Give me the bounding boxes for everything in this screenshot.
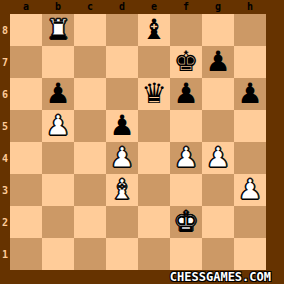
- square-d5[interactable]: ♟: [106, 110, 138, 142]
- square-g6[interactable]: [202, 78, 234, 110]
- white-pawn-icon[interactable]: ♟: [106, 142, 138, 174]
- white-pawn-icon[interactable]: ♟: [234, 174, 266, 206]
- square-h8[interactable]: [234, 14, 266, 46]
- square-e1[interactable]: [138, 238, 170, 270]
- square-f1[interactable]: [170, 238, 202, 270]
- rank-label-3: 3: [0, 174, 10, 206]
- black-queen-icon[interactable]: ♛: [138, 78, 170, 110]
- square-c1[interactable]: [74, 238, 106, 270]
- square-d4[interactable]: ♟: [106, 142, 138, 174]
- square-e6[interactable]: ♛: [138, 78, 170, 110]
- black-pawn-icon[interactable]: ♟: [202, 46, 234, 78]
- square-b7[interactable]: [42, 46, 74, 78]
- square-f2[interactable]: ♚: [170, 206, 202, 238]
- black-pawn-icon[interactable]: ♟: [106, 110, 138, 142]
- rank-label-2: 2: [0, 206, 10, 238]
- rank-label-6: 6: [0, 78, 10, 110]
- black-pawn-icon[interactable]: ♟: [234, 78, 266, 110]
- square-c5[interactable]: [74, 110, 106, 142]
- chess-board: ♜♝♚♟♟♛♟♟♟♟♟♟♟♝♟♚: [10, 14, 266, 270]
- square-b2[interactable]: [42, 206, 74, 238]
- rank-label-1: 1: [0, 238, 10, 270]
- square-f6[interactable]: ♟: [170, 78, 202, 110]
- file-label-b: b: [42, 0, 74, 14]
- square-c6[interactable]: [74, 78, 106, 110]
- file-label-d: d: [106, 0, 138, 14]
- square-a7[interactable]: [10, 46, 42, 78]
- white-rook-icon[interactable]: ♜: [42, 14, 74, 46]
- square-h1[interactable]: [234, 238, 266, 270]
- square-f8[interactable]: [170, 14, 202, 46]
- square-g3[interactable]: [202, 174, 234, 206]
- square-h7[interactable]: [234, 46, 266, 78]
- square-h5[interactable]: [234, 110, 266, 142]
- square-f5[interactable]: [170, 110, 202, 142]
- rank-label-4: 4: [0, 142, 10, 174]
- square-d2[interactable]: [106, 206, 138, 238]
- square-h2[interactable]: [234, 206, 266, 238]
- file-label-c: c: [74, 0, 106, 14]
- square-g8[interactable]: [202, 14, 234, 46]
- square-e8[interactable]: ♝: [138, 14, 170, 46]
- square-g7[interactable]: ♟: [202, 46, 234, 78]
- rank-labels: 87654321: [0, 14, 10, 270]
- rank-label-5: 5: [0, 110, 10, 142]
- file-label-h: h: [234, 0, 266, 14]
- square-e4[interactable]: [138, 142, 170, 174]
- rank-label-7: 7: [0, 46, 10, 78]
- file-labels: abcdefgh: [10, 0, 266, 14]
- square-a8[interactable]: [10, 14, 42, 46]
- square-f3[interactable]: [170, 174, 202, 206]
- square-a3[interactable]: [10, 174, 42, 206]
- square-a5[interactable]: [10, 110, 42, 142]
- black-pawn-icon[interactable]: ♟: [170, 78, 202, 110]
- square-b1[interactable]: [42, 238, 74, 270]
- square-b5[interactable]: ♟: [42, 110, 74, 142]
- square-b3[interactable]: [42, 174, 74, 206]
- square-g1[interactable]: [202, 238, 234, 270]
- white-pawn-icon[interactable]: ♟: [170, 142, 202, 174]
- square-b6[interactable]: ♟: [42, 78, 74, 110]
- square-a2[interactable]: [10, 206, 42, 238]
- file-label-e: e: [138, 0, 170, 14]
- square-e7[interactable]: [138, 46, 170, 78]
- square-e5[interactable]: [138, 110, 170, 142]
- square-d8[interactable]: [106, 14, 138, 46]
- square-g4[interactable]: ♟: [202, 142, 234, 174]
- square-c4[interactable]: [74, 142, 106, 174]
- square-a6[interactable]: [10, 78, 42, 110]
- rank-label-8: 8: [0, 14, 10, 46]
- white-pawn-icon[interactable]: ♟: [42, 110, 74, 142]
- file-label-a: a: [10, 0, 42, 14]
- square-d1[interactable]: [106, 238, 138, 270]
- site-label: CHESSGAMES.COM: [170, 270, 271, 284]
- square-a4[interactable]: [10, 142, 42, 174]
- square-b8[interactable]: ♜: [42, 14, 74, 46]
- square-d6[interactable]: [106, 78, 138, 110]
- white-king-icon[interactable]: ♚: [170, 206, 202, 238]
- black-king-icon[interactable]: ♚: [170, 46, 202, 78]
- file-label-g: g: [202, 0, 234, 14]
- square-g2[interactable]: [202, 206, 234, 238]
- square-c3[interactable]: [74, 174, 106, 206]
- chess-diagram: abcdefgh 87654321 ♜♝♚♟♟♛♟♟♟♟♟♟♟♝♟♚ CHESS…: [0, 0, 284, 284]
- square-h4[interactable]: [234, 142, 266, 174]
- square-h6[interactable]: ♟: [234, 78, 266, 110]
- footer-bar: CHESSGAMES.COM: [0, 270, 284, 284]
- square-d7[interactable]: [106, 46, 138, 78]
- square-b4[interactable]: [42, 142, 74, 174]
- square-e2[interactable]: [138, 206, 170, 238]
- square-a1[interactable]: [10, 238, 42, 270]
- white-bishop-icon[interactable]: ♝: [106, 174, 138, 206]
- square-g5[interactable]: [202, 110, 234, 142]
- black-pawn-icon[interactable]: ♟: [42, 78, 74, 110]
- square-c2[interactable]: [74, 206, 106, 238]
- white-pawn-icon[interactable]: ♟: [202, 142, 234, 174]
- square-c8[interactable]: [74, 14, 106, 46]
- square-f7[interactable]: ♚: [170, 46, 202, 78]
- square-d3[interactable]: ♝: [106, 174, 138, 206]
- square-c7[interactable]: [74, 46, 106, 78]
- square-e3[interactable]: [138, 174, 170, 206]
- black-bishop-icon[interactable]: ♝: [138, 14, 170, 46]
- square-h3[interactable]: ♟: [234, 174, 266, 206]
- square-f4[interactable]: ♟: [170, 142, 202, 174]
- file-label-f: f: [170, 0, 202, 14]
